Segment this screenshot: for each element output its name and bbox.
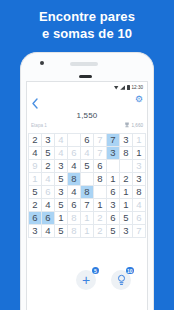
grid-cell-r7c2[interactable]: 6 <box>42 212 55 225</box>
grid-cell-r8c8[interactable]: 3 <box>120 225 133 238</box>
app-screen: 12:30 ⚙ 1,550 Etapa 1 1,660 <box>26 81 148 310</box>
grid-cell-r2c6[interactable]: 7 <box>94 147 107 160</box>
stage-label: Etapa 1 <box>31 123 47 128</box>
grid-cell-r5c8[interactable]: 1 <box>120 186 133 199</box>
grid-cell-r1c9[interactable]: 1 <box>133 134 146 147</box>
speaker-slot <box>70 62 98 66</box>
best-score-value: 1,660 <box>132 123 144 128</box>
plus-icon: + <box>82 273 90 287</box>
back-button[interactable] <box>32 95 38 113</box>
signal-icon <box>120 85 125 90</box>
grid-cell-r3c7[interactable] <box>107 160 120 173</box>
add-count-badge: 5 <box>92 267 99 274</box>
hint-count-badge: 10 <box>126 267 134 274</box>
grid-cell-r4c8[interactable]: 2 <box>120 173 133 186</box>
grid-cell-r8c7[interactable]: 5 <box>107 225 120 238</box>
grid-cell-r1c8[interactable]: 3 <box>120 134 133 147</box>
grid-cell-r6c4[interactable]: 6 <box>68 199 81 212</box>
grid-cell-r8c1[interactable]: 3 <box>29 225 42 238</box>
grid-cell-r8c3[interactable]: 5 <box>55 225 68 238</box>
earpiece-speaker <box>79 75 92 79</box>
grid-cell-r2c4[interactable]: 6 <box>68 147 81 160</box>
camera-dot-icon <box>40 61 44 65</box>
grid-cell-r5c6[interactable] <box>94 186 107 199</box>
feature-graphic: Encontre pares e somas de 10 12:30 ⚙ <box>0 0 174 310</box>
grid-cell-r4c6[interactable]: 8 <box>94 173 107 186</box>
grid-cell-r3c3[interactable]: 3 <box>55 160 68 173</box>
grid-cell-r1c3[interactable]: 4 <box>55 134 68 147</box>
grid-cell-r8c9[interactable]: 7 <box>133 225 146 238</box>
grid-cell-r2c8[interactable]: 8 <box>120 147 133 160</box>
grid-cell-r7c8[interactable]: 5 <box>120 212 133 225</box>
grid-cell-r1c6[interactable]: 7 <box>94 134 107 147</box>
grid-cell-r5c7[interactable]: 6 <box>107 186 120 199</box>
grid-cell-r6c9[interactable]: 4 <box>133 199 146 212</box>
banner-headline: Encontre pares e somas de 10 <box>0 9 174 42</box>
grid-cell-r4c5[interactable] <box>81 173 94 186</box>
grid-cell-r6c3[interactable]: 5 <box>55 199 68 212</box>
phone-mockup: 12:30 ⚙ 1,550 Etapa 1 1,660 <box>20 52 154 310</box>
grid-cell-r2c7[interactable]: 3 <box>107 147 120 160</box>
grid-cell-r4c2[interactable]: 4 <box>42 173 55 186</box>
grid-cell-r7c4[interactable]: 8 <box>68 212 81 225</box>
lightbulb-icon <box>116 274 127 286</box>
grid-cell-r7c9[interactable]: 6 <box>133 212 146 225</box>
grid-cell-r2c3[interactable]: 4 <box>55 147 68 160</box>
grid-cell-r5c4[interactable]: 4 <box>68 186 81 199</box>
grid-cell-r7c3[interactable]: 1 <box>55 212 68 225</box>
banner-line2: e somas de 10 <box>0 26 174 43</box>
battery-icon <box>127 85 130 90</box>
grid-cell-r3c6[interactable]: 6 <box>94 160 107 173</box>
grid-cell-r2c5[interactable]: 4 <box>81 147 94 160</box>
grid-cell-r3c4[interactable]: 4 <box>68 160 81 173</box>
grid-cell-r8c4[interactable]: 8 <box>68 225 81 238</box>
grid-cell-r3c2[interactable]: 2 <box>42 160 55 173</box>
banner-line1: Encontre pares <box>0 9 174 26</box>
trophy-icon <box>124 122 130 128</box>
grid-cell-r7c6[interactable]: 2 <box>94 212 107 225</box>
grid-cell-r4c1[interactable]: 1 <box>29 173 42 186</box>
grid-cell-r7c5[interactable]: 1 <box>81 212 94 225</box>
status-time: 12:30 <box>132 85 144 90</box>
grid-cell-r3c1[interactable]: 9 <box>29 160 42 173</box>
grid-cell-r7c7[interactable]: 6 <box>107 212 120 225</box>
status-bar: 12:30 <box>27 82 147 91</box>
grid-cell-r2c9[interactable]: 1 <box>133 147 146 160</box>
best-score: 1,660 <box>124 122 143 128</box>
wifi-icon <box>114 86 119 90</box>
grid-cell-r1c1[interactable]: 2 <box>29 134 42 147</box>
grid-cell-r8c5[interactable]: 1 <box>81 225 94 238</box>
grid-cell-r5c1[interactable]: 5 <box>29 186 42 199</box>
grid-cell-r4c7[interactable]: 1 <box>107 173 120 186</box>
grid-cell-r5c9[interactable]: 8 <box>133 186 146 199</box>
grid-cell-r5c5[interactable]: 8 <box>81 186 94 199</box>
settings-button[interactable]: ⚙ <box>135 94 143 105</box>
grid-cell-r1c7[interactable]: 7 <box>107 134 120 147</box>
grid-cell-r6c7[interactable]: 3 <box>107 199 120 212</box>
current-score: 1,550 <box>27 111 147 121</box>
grid-cell-r8c2[interactable]: 4 <box>42 225 55 238</box>
grid-cell-r4c4[interactable]: 8 <box>68 173 81 186</box>
grid-cell-r4c9[interactable]: 3 <box>133 173 146 186</box>
grid-cell-r6c6[interactable]: 1 <box>94 199 107 212</box>
top-bar: ⚙ <box>27 93 147 108</box>
chevron-left-icon <box>32 98 38 109</box>
grid-cell-r6c1[interactable]: 2 <box>29 199 42 212</box>
number-grid: 2346773145464738192345631458812356348618… <box>28 133 146 238</box>
grid-cell-r6c8[interactable]: 1 <box>120 199 133 212</box>
grid-cell-r5c2[interactable]: 6 <box>42 186 55 199</box>
grid-cell-r1c2[interactable]: 3 <box>42 134 55 147</box>
grid-cell-r2c1[interactable]: 4 <box>29 147 42 160</box>
grid-cell-r1c5[interactable]: 6 <box>81 134 94 147</box>
grid-cell-r5c3[interactable]: 3 <box>55 186 68 199</box>
grid-cell-r2c2[interactable]: 5 <box>42 147 55 160</box>
grid-cell-r1c4[interactable] <box>68 134 81 147</box>
grid-cell-r6c5[interactable]: 7 <box>81 199 94 212</box>
grid-cell-r7c1[interactable]: 6 <box>29 212 42 225</box>
grid-cell-r6c2[interactable]: 4 <box>42 199 55 212</box>
grid-cell-r3c8[interactable] <box>120 160 133 173</box>
grid-cell-r3c5[interactable]: 5 <box>81 160 94 173</box>
stage-row: Etapa 1 1,660 <box>27 122 147 129</box>
grid-cell-r4c3[interactable]: 5 <box>55 173 68 186</box>
grid-cell-r3c9[interactable]: 3 <box>133 160 146 173</box>
grid-cell-r8c6[interactable]: 2 <box>94 225 107 238</box>
